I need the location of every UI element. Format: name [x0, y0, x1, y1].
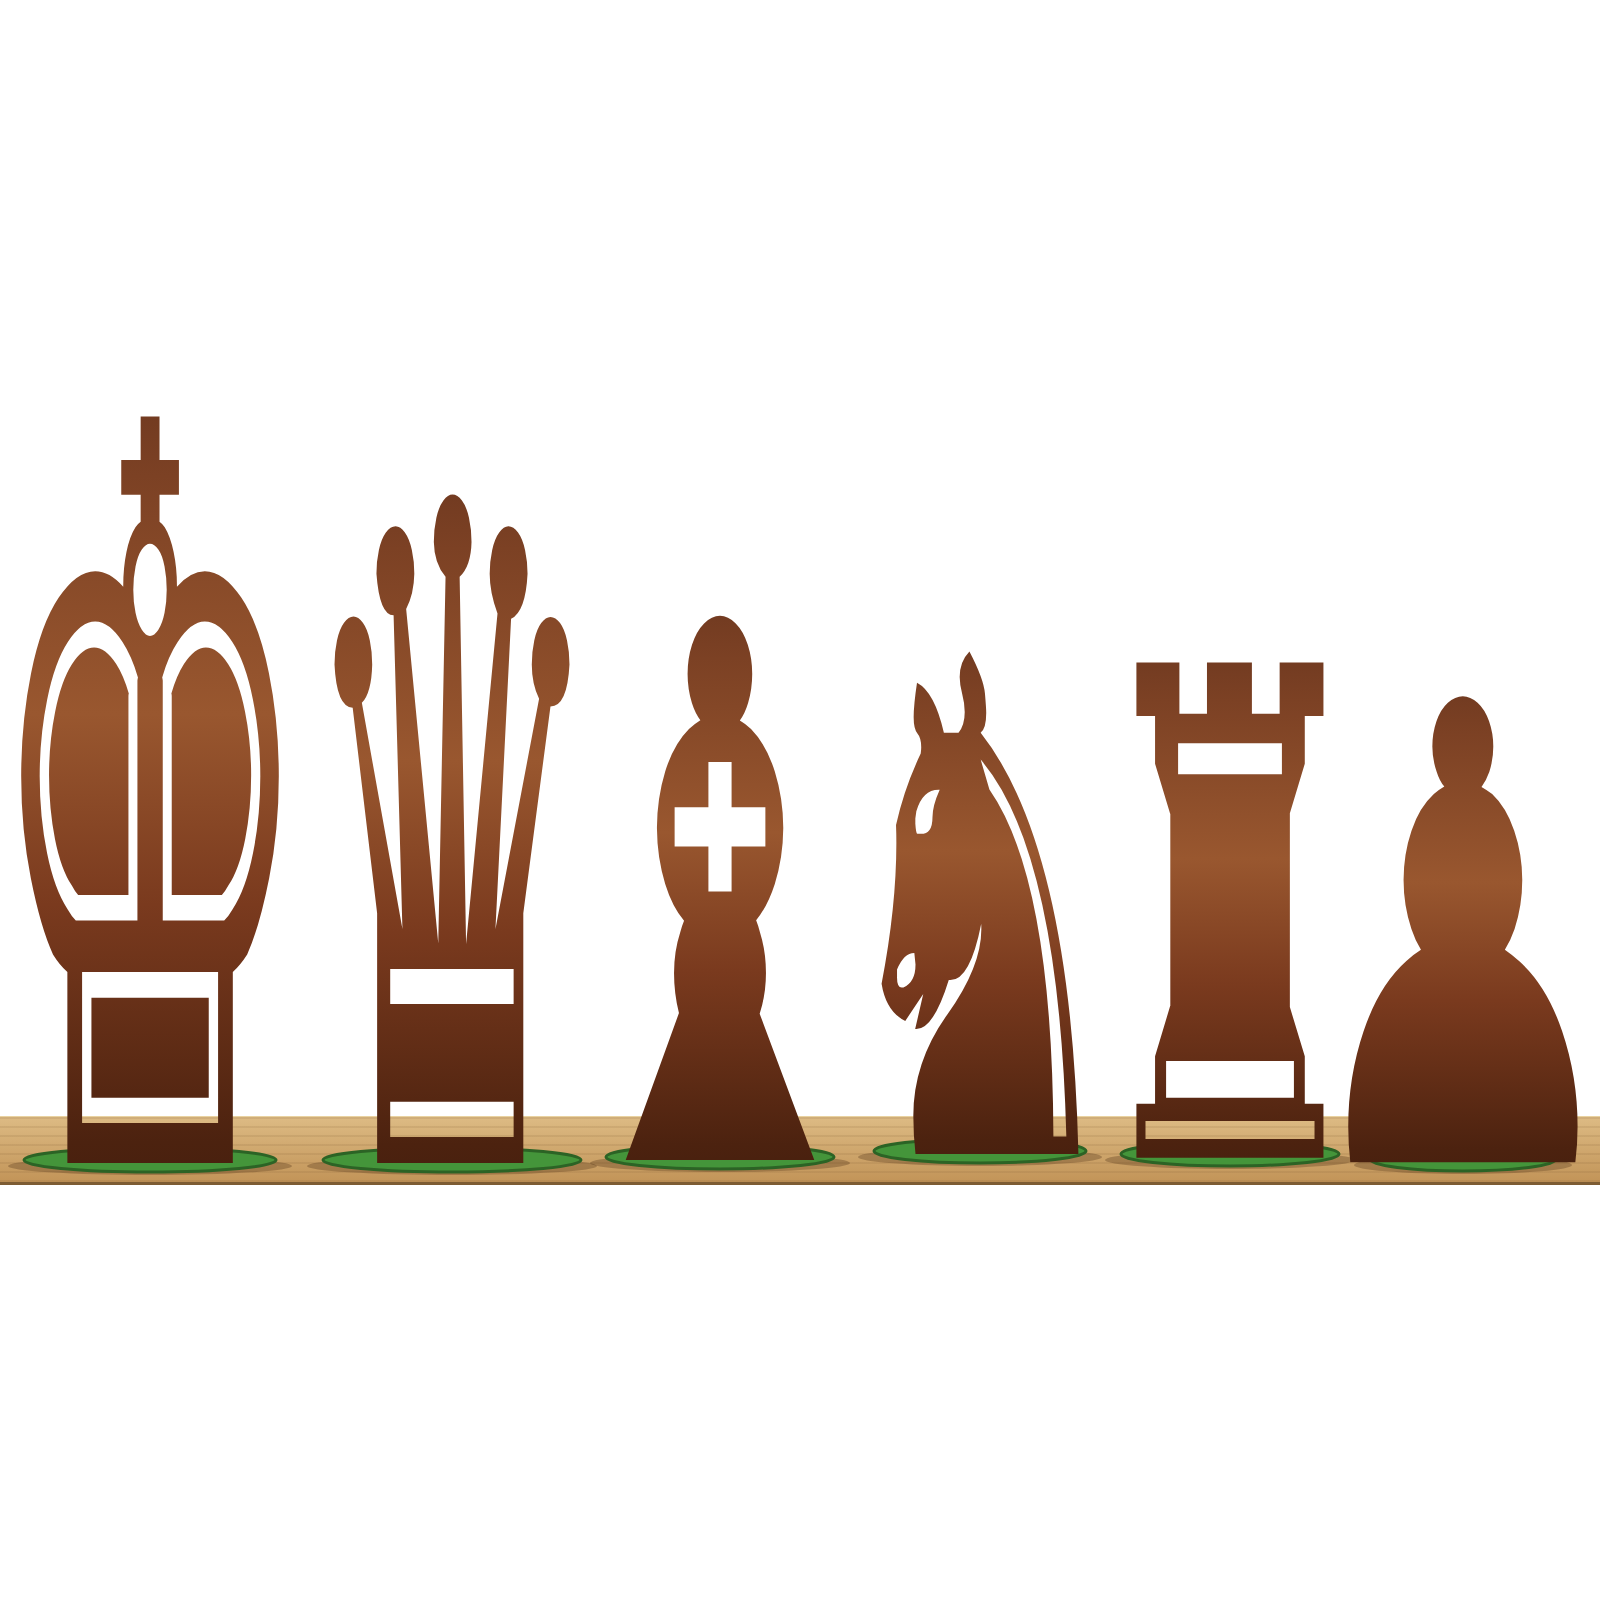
product-photo-scene: ♚♛♝♞♜♟: [0, 0, 1600, 1600]
chess-pieces-row: ♚♛♝♞♜♟: [0, 0, 1600, 1600]
piece-king: ♚: [0, 214, 315, 1404]
piece-pawn: ♟: [1291, 570, 1600, 1312]
